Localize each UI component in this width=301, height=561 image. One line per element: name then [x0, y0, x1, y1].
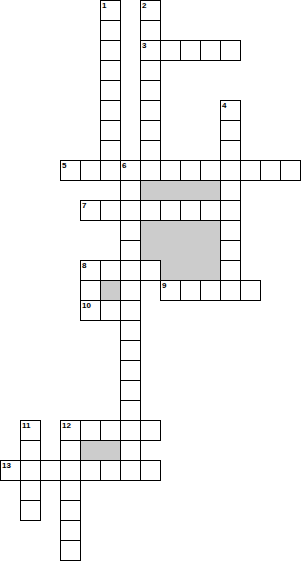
shaded-block: [200, 240, 221, 261]
cell-r2c5[interactable]: [100, 40, 121, 61]
cell-r10c10[interactable]: [200, 200, 221, 221]
cell-r8c6[interactable]: [120, 160, 141, 181]
cell-r24c3[interactable]: [60, 480, 81, 501]
cell-r8c11[interactable]: [220, 160, 241, 181]
shaded-block: [80, 440, 101, 461]
cell-r13c6[interactable]: [120, 260, 141, 281]
cell-r14c11[interactable]: [220, 280, 241, 301]
cell-r14c12[interactable]: [240, 280, 261, 301]
shaded-block: [100, 280, 121, 301]
cell-r23c6[interactable]: [120, 460, 141, 481]
cell-r21c6[interactable]: [120, 420, 141, 441]
shaded-block: [140, 220, 161, 241]
cell-r0c5[interactable]: [100, 0, 121, 21]
cell-r8c8[interactable]: [160, 160, 181, 181]
shaded-block: [160, 220, 181, 241]
cell-r2c10[interactable]: [200, 40, 221, 61]
shaded-block: [180, 220, 201, 241]
cell-r15c4[interactable]: [80, 300, 101, 321]
cell-r6c11[interactable]: [220, 120, 241, 141]
shaded-block: [140, 240, 161, 261]
crossword-board: 12345678910111213: [0, 0, 301, 561]
shaded-block: [200, 220, 221, 241]
cell-r8c10[interactable]: [200, 160, 221, 181]
cell-r2c9[interactable]: [180, 40, 201, 61]
cell-r7c5[interactable]: [100, 140, 121, 161]
cell-r14c4[interactable]: [80, 280, 101, 301]
cell-r3c5[interactable]: [100, 60, 121, 81]
shaded-block: [200, 260, 221, 281]
shaded-block: [160, 260, 181, 281]
shaded-block: [180, 260, 201, 281]
cell-r11c11[interactable]: [220, 220, 241, 241]
cell-r25c3[interactable]: [60, 500, 81, 521]
cell-r2c8[interactable]: [160, 40, 181, 61]
cell-r21c4[interactable]: [80, 420, 101, 441]
cell-r9c6[interactable]: [120, 180, 141, 201]
cell-r14c8[interactable]: [160, 280, 181, 301]
cell-r17c6[interactable]: [120, 340, 141, 361]
cell-r13c11[interactable]: [220, 260, 241, 281]
shaded-block: [140, 180, 161, 201]
cell-r15c6[interactable]: [120, 300, 141, 321]
cell-r10c4[interactable]: [80, 200, 101, 221]
cell-r22c1[interactable]: [20, 440, 41, 461]
cell-r13c4[interactable]: [80, 260, 101, 281]
cell-r0c7[interactable]: [140, 0, 161, 21]
cell-r5c7[interactable]: [140, 100, 161, 121]
cell-r5c11[interactable]: [220, 100, 241, 121]
cell-r21c1[interactable]: [20, 420, 41, 441]
cell-r7c11[interactable]: [220, 140, 241, 161]
shaded-block: [180, 240, 201, 261]
cell-r21c3[interactable]: [60, 420, 81, 441]
cell-r1c5[interactable]: [100, 20, 121, 41]
cell-r21c7[interactable]: [140, 420, 161, 441]
cell-r5c5[interactable]: [100, 100, 121, 121]
cell-r18c6[interactable]: [120, 360, 141, 381]
cell-r8c13[interactable]: [260, 160, 281, 181]
cell-r8c3[interactable]: [60, 160, 81, 181]
cell-r10c7[interactable]: [140, 200, 161, 221]
cell-r23c5[interactable]: [100, 460, 121, 481]
cell-r23c2[interactable]: [40, 460, 61, 481]
cell-r2c7[interactable]: [140, 40, 161, 61]
cell-r10c6[interactable]: [120, 200, 141, 221]
cell-r22c3[interactable]: [60, 440, 81, 461]
cell-r22c6[interactable]: [120, 440, 141, 461]
cell-r8c4[interactable]: [80, 160, 101, 181]
cell-r2c11[interactable]: [220, 40, 241, 61]
cell-r4c5[interactable]: [100, 80, 121, 101]
cell-r19c6[interactable]: [120, 380, 141, 401]
cell-r7c7[interactable]: [140, 140, 161, 161]
shaded-block: [160, 240, 181, 261]
cell-r3c7[interactable]: [140, 60, 161, 81]
cell-r26c3[interactable]: [60, 520, 81, 541]
shaded-block: [100, 440, 121, 461]
shaded-block: [180, 180, 201, 201]
cell-r14c10[interactable]: [200, 280, 221, 301]
cell-r23c0[interactable]: [0, 460, 21, 481]
cell-r4c7[interactable]: [140, 80, 161, 101]
cell-r15c5[interactable]: [100, 300, 121, 321]
cell-r13c5[interactable]: [100, 260, 121, 281]
cell-r21c5[interactable]: [100, 420, 121, 441]
cell-r6c7[interactable]: [140, 120, 161, 141]
cell-r11c6[interactable]: [120, 220, 141, 241]
cell-r20c6[interactable]: [120, 400, 141, 421]
cell-r23c7[interactable]: [140, 460, 161, 481]
shaded-block: [160, 180, 181, 201]
cell-r13c7[interactable]: [140, 260, 161, 281]
cell-r24c1[interactable]: [20, 480, 41, 501]
cell-r27c3[interactable]: [60, 540, 81, 561]
cell-r16c6[interactable]: [120, 320, 141, 341]
cell-r8c5[interactable]: [100, 160, 121, 181]
cell-r8c7[interactable]: [140, 160, 161, 181]
cell-r10c11[interactable]: [220, 200, 241, 221]
cell-r8c12[interactable]: [240, 160, 261, 181]
cell-r10c9[interactable]: [180, 200, 201, 221]
cell-r8c9[interactable]: [180, 160, 201, 181]
cell-r14c6[interactable]: [120, 280, 141, 301]
cell-r23c4[interactable]: [80, 460, 101, 481]
cell-r12c11[interactable]: [220, 240, 241, 261]
cell-r12c6[interactable]: [120, 240, 141, 261]
cell-r23c1[interactable]: [20, 460, 41, 481]
cell-r10c5[interactable]: [100, 200, 121, 221]
cell-r8c14[interactable]: [280, 160, 301, 181]
cell-r1c7[interactable]: [140, 20, 161, 41]
cell-r25c1[interactable]: [20, 500, 41, 521]
shaded-block: [200, 180, 221, 201]
cell-r10c8[interactable]: [160, 200, 181, 221]
cell-r9c11[interactable]: [220, 180, 241, 201]
cell-r6c5[interactable]: [100, 120, 121, 141]
cell-r14c9[interactable]: [180, 280, 201, 301]
cell-r23c3[interactable]: [60, 460, 81, 481]
